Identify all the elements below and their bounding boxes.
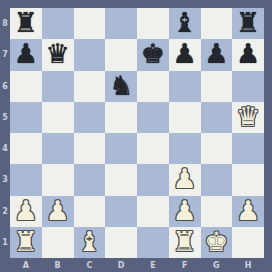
file-label-g: G bbox=[201, 261, 233, 270]
black-rook[interactable]: ♜ bbox=[236, 7, 260, 38]
white-pawn[interactable]: ♟ bbox=[46, 195, 70, 226]
square-e5[interactable] bbox=[137, 102, 169, 133]
square-h3[interactable] bbox=[232, 164, 264, 195]
square-d4[interactable] bbox=[105, 133, 137, 164]
square-f2[interactable]: ♟ bbox=[169, 196, 201, 227]
black-queen[interactable]: ♛ bbox=[46, 38, 70, 69]
square-h7[interactable]: ♟ bbox=[232, 39, 264, 70]
black-pawn[interactable]: ♟ bbox=[173, 38, 197, 69]
rank-label-6: 6 bbox=[0, 82, 10, 91]
square-f8[interactable]: ♝ bbox=[169, 8, 201, 39]
square-a1[interactable]: ♜ bbox=[10, 227, 42, 258]
square-d6[interactable]: ♞ bbox=[105, 71, 137, 102]
rank-label-4: 4 bbox=[0, 144, 10, 153]
rank-label-7: 7 bbox=[0, 50, 10, 59]
square-f6[interactable] bbox=[169, 71, 201, 102]
black-king[interactable]: ♚ bbox=[141, 38, 165, 69]
black-pawn[interactable]: ♟ bbox=[14, 38, 38, 69]
square-a4[interactable] bbox=[10, 133, 42, 164]
square-c8[interactable] bbox=[74, 8, 106, 39]
square-b3[interactable] bbox=[42, 164, 74, 195]
black-bishop[interactable]: ♝ bbox=[173, 7, 197, 38]
square-e2[interactable] bbox=[137, 196, 169, 227]
square-b6[interactable] bbox=[42, 71, 74, 102]
rank-label-1: 1 bbox=[0, 238, 10, 247]
file-label-f: F bbox=[169, 261, 201, 270]
square-e7[interactable]: ♚ bbox=[137, 39, 169, 70]
square-a3[interactable] bbox=[10, 164, 42, 195]
square-g2[interactable] bbox=[201, 196, 233, 227]
black-pawn[interactable]: ♟ bbox=[204, 38, 228, 69]
square-h4[interactable] bbox=[232, 133, 264, 164]
white-pawn[interactable]: ♟ bbox=[173, 195, 197, 226]
square-c5[interactable] bbox=[74, 102, 106, 133]
square-h5[interactable]: ♛ bbox=[232, 102, 264, 133]
file-label-a: A bbox=[10, 261, 42, 270]
white-rook[interactable]: ♜ bbox=[173, 226, 197, 257]
square-b4[interactable] bbox=[42, 133, 74, 164]
square-d7[interactable] bbox=[105, 39, 137, 70]
square-d5[interactable] bbox=[105, 102, 137, 133]
white-bishop[interactable]: ♝ bbox=[77, 226, 101, 257]
square-g3[interactable] bbox=[201, 164, 233, 195]
square-c2[interactable] bbox=[74, 196, 106, 227]
chess-board-stage: 87654321 ABCDEFGH ♜♝♜♟♛♚♟♟♟♞♛♟♟♟♟♟♜♝♜♚ bbox=[0, 0, 272, 272]
square-c1[interactable]: ♝ bbox=[74, 227, 106, 258]
square-f1[interactable]: ♜ bbox=[169, 227, 201, 258]
square-c3[interactable] bbox=[74, 164, 106, 195]
chess-board: ♜♝♜♟♛♚♟♟♟♞♛♟♟♟♟♟♜♝♜♚ bbox=[10, 8, 264, 258]
square-a7[interactable]: ♟ bbox=[10, 39, 42, 70]
square-e3[interactable] bbox=[137, 164, 169, 195]
square-f3[interactable]: ♟ bbox=[169, 164, 201, 195]
square-g4[interactable] bbox=[201, 133, 233, 164]
white-pawn[interactable]: ♟ bbox=[236, 195, 260, 226]
square-a8[interactable]: ♜ bbox=[10, 8, 42, 39]
square-d2[interactable] bbox=[105, 196, 137, 227]
square-h1[interactable] bbox=[232, 227, 264, 258]
square-g7[interactable]: ♟ bbox=[201, 39, 233, 70]
square-g6[interactable] bbox=[201, 71, 233, 102]
file-labels: ABCDEFGH bbox=[10, 258, 264, 272]
black-pawn[interactable]: ♟ bbox=[236, 38, 260, 69]
square-b7[interactable]: ♛ bbox=[42, 39, 74, 70]
white-pawn[interactable]: ♟ bbox=[173, 163, 197, 194]
square-g1[interactable]: ♚ bbox=[201, 227, 233, 258]
rank-label-3: 3 bbox=[0, 175, 10, 184]
square-e8[interactable] bbox=[137, 8, 169, 39]
square-f4[interactable] bbox=[169, 133, 201, 164]
square-b2[interactable]: ♟ bbox=[42, 196, 74, 227]
square-e6[interactable] bbox=[137, 71, 169, 102]
square-g5[interactable] bbox=[201, 102, 233, 133]
file-label-e: E bbox=[137, 261, 169, 270]
square-a6[interactable] bbox=[10, 71, 42, 102]
white-queen[interactable]: ♛ bbox=[236, 101, 260, 132]
rank-label-8: 8 bbox=[0, 19, 10, 28]
square-a5[interactable] bbox=[10, 102, 42, 133]
rank-labels: 87654321 bbox=[0, 8, 10, 258]
white-pawn[interactable]: ♟ bbox=[14, 195, 38, 226]
white-rook[interactable]: ♜ bbox=[14, 226, 38, 257]
square-h6[interactable] bbox=[232, 71, 264, 102]
square-h2[interactable]: ♟ bbox=[232, 196, 264, 227]
square-c6[interactable] bbox=[74, 71, 106, 102]
rank-label-2: 2 bbox=[0, 207, 10, 216]
square-b5[interactable] bbox=[42, 102, 74, 133]
square-d8[interactable] bbox=[105, 8, 137, 39]
file-label-c: C bbox=[74, 261, 106, 270]
square-g8[interactable] bbox=[201, 8, 233, 39]
square-e4[interactable] bbox=[137, 133, 169, 164]
black-rook[interactable]: ♜ bbox=[14, 7, 38, 38]
white-king[interactable]: ♚ bbox=[204, 226, 228, 257]
file-label-h: H bbox=[232, 261, 264, 270]
square-a2[interactable]: ♟ bbox=[10, 196, 42, 227]
square-b8[interactable] bbox=[42, 8, 74, 39]
square-b1[interactable] bbox=[42, 227, 74, 258]
square-e1[interactable] bbox=[137, 227, 169, 258]
square-f7[interactable]: ♟ bbox=[169, 39, 201, 70]
square-f5[interactable] bbox=[169, 102, 201, 133]
square-c4[interactable] bbox=[74, 133, 106, 164]
square-c7[interactable] bbox=[74, 39, 106, 70]
file-label-d: D bbox=[105, 261, 137, 270]
rank-label-5: 5 bbox=[0, 113, 10, 122]
black-knight[interactable]: ♞ bbox=[109, 70, 133, 101]
file-label-b: B bbox=[42, 261, 74, 270]
square-d1[interactable] bbox=[105, 227, 137, 258]
square-h8[interactable]: ♜ bbox=[232, 8, 264, 39]
square-d3[interactable] bbox=[105, 164, 137, 195]
